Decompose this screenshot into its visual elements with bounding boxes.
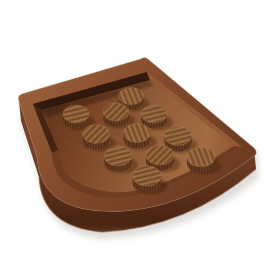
disc-top-face: [83, 125, 110, 144]
disc-top-face: [165, 127, 192, 146]
disc-top-face: [104, 146, 132, 166]
disc-top-face: [103, 103, 129, 121]
disc-top-face: [146, 145, 174, 165]
disc-top-face: [119, 87, 144, 104]
disc-top-face: [187, 147, 215, 167]
disc-top-face: [124, 124, 151, 143]
disc-top-face: [141, 105, 167, 123]
board-svg: [0, 0, 280, 280]
disc-top-face: [63, 105, 89, 123]
disc-top-face: [133, 166, 162, 186]
product-photo: [0, 0, 280, 280]
